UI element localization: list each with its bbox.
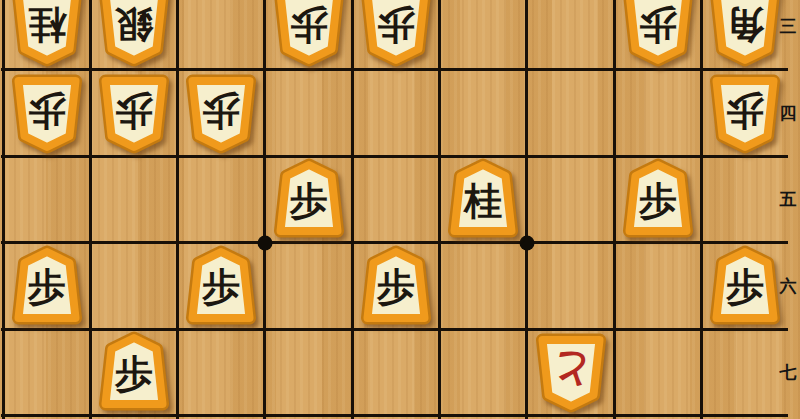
shogi-piece-pawn-1四[interactable]: 歩 (710, 76, 780, 150)
shogi-piece-pawn-1六[interactable]: 歩 (710, 249, 780, 323)
grid-vline (89, 0, 92, 419)
grid-hline (1, 241, 788, 244)
shogi-piece-pawn-9六[interactable]: 歩 (12, 249, 82, 323)
shogi-piece-pawn-2五[interactable]: 歩 (623, 162, 693, 236)
grid-vline (438, 0, 441, 419)
grid-vline (351, 0, 354, 419)
grid-vline (263, 0, 266, 419)
shogi-board[interactable]: 三四五六七 桂銀歩歩歩角歩歩歩歩歩桂歩歩歩歩歩歩と (0, 0, 800, 419)
shogi-piece-pawn-7六[interactable]: 歩 (186, 249, 256, 323)
shogi-piece-pawn-8七[interactable]: 歩 (99, 335, 169, 409)
shogi-piece-pawn-9四[interactable]: 歩 (12, 76, 82, 150)
shogi-piece-knight-9三[interactable]: 桂 (12, 0, 82, 63)
piece-kanji: 桂 (464, 182, 502, 220)
star-point (519, 235, 534, 250)
shogi-piece-pawn-5六[interactable]: 歩 (361, 249, 431, 323)
piece-kanji: 銀 (115, 5, 153, 43)
shogi-piece-pawn-6三[interactable]: 歩 (274, 0, 344, 63)
piece-kanji: 歩 (202, 269, 240, 307)
grid-hline (1, 414, 788, 417)
grid-hline (1, 68, 788, 71)
rank-label-4: 四 (777, 104, 799, 121)
piece-kanji: 歩 (377, 269, 415, 307)
piece-kanji: 歩 (115, 355, 153, 393)
piece-kanji: 歩 (115, 92, 153, 130)
piece-kanji: 歩 (28, 269, 66, 307)
shogi-piece-bishop-1三[interactable]: 角 (710, 0, 780, 63)
rank-label-7: 七 (777, 364, 799, 381)
piece-kanji: 歩 (639, 5, 677, 43)
shogi-piece-knight-4五[interactable]: 桂 (448, 162, 518, 236)
shogi-piece-promoted-pawn-3七[interactable]: と (536, 335, 606, 409)
rank-label-5: 五 (777, 191, 799, 208)
shogi-piece-silver-8三[interactable]: 銀 (99, 0, 169, 63)
piece-kanji: 桂 (28, 5, 66, 43)
piece-kanji: 歩 (290, 182, 328, 220)
grid-vline (613, 0, 616, 419)
shogi-piece-pawn-8四[interactable]: 歩 (99, 76, 169, 150)
grid-vline (525, 0, 528, 419)
star-point (257, 235, 272, 250)
shogi-piece-pawn-2三[interactable]: 歩 (623, 0, 693, 63)
piece-kanji: 歩 (28, 92, 66, 130)
piece-kanji: 歩 (726, 269, 764, 307)
grid-vline (700, 0, 703, 419)
piece-kanji: 歩 (639, 182, 677, 220)
shogi-piece-pawn-7四[interactable]: 歩 (186, 76, 256, 150)
shogi-piece-pawn-6五[interactable]: 歩 (274, 162, 344, 236)
rank-label-3: 三 (777, 18, 799, 35)
grid-vline (2, 0, 5, 419)
piece-kanji: 角 (726, 5, 764, 43)
piece-kanji: 歩 (377, 5, 415, 43)
piece-kanji: 歩 (290, 5, 328, 43)
shogi-piece-pawn-5三[interactable]: 歩 (361, 0, 431, 63)
grid-hline (1, 328, 788, 331)
piece-kanji: と (550, 350, 591, 390)
grid-hline (1, 155, 788, 158)
grid-vline (176, 0, 179, 419)
piece-kanji: 歩 (726, 92, 764, 130)
rank-label-6: 六 (777, 277, 799, 294)
piece-kanji: 歩 (202, 92, 240, 130)
